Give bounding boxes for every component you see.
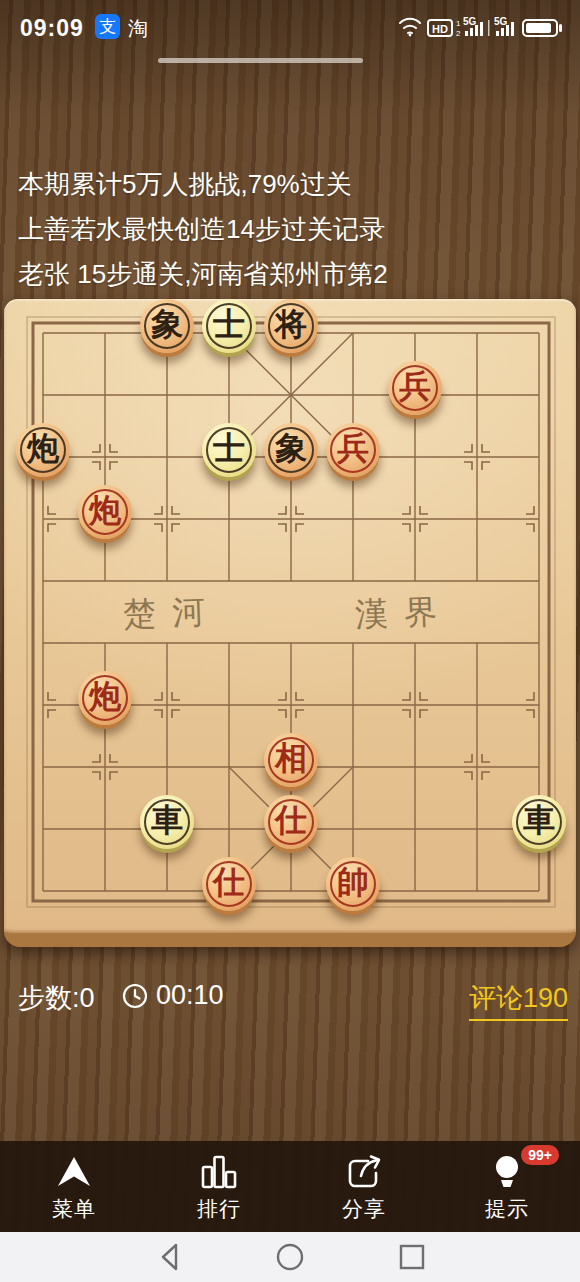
piece-character: 象 <box>151 303 183 347</box>
nav-item-hint[interactable]: 提示 99+ <box>447 1141 567 1232</box>
piece-character: 車 <box>523 799 555 843</box>
recents-button[interactable] <box>396 1241 428 1273</box>
home-button[interactable] <box>274 1241 306 1273</box>
nav-label-menu: 菜单 <box>14 1195 134 1223</box>
piece-black-将[interactable]: 将 <box>264 299 318 353</box>
nav-item-share[interactable]: 分享 <box>304 1141 424 1232</box>
sim1-signal-icon: 5G <box>463 16 483 36</box>
battery-icon <box>523 20 562 36</box>
hint-badge: 99+ <box>521 1145 559 1165</box>
timer-value: 00:10 <box>156 980 224 1011</box>
menu-icon <box>54 1153 94 1193</box>
alipay-icon: 支 <box>95 14 120 39</box>
piece-red-炮[interactable]: 炮 <box>78 485 132 539</box>
piece-character: 相 <box>275 737 307 781</box>
clock-time: 09:09 <box>20 15 84 42</box>
announcement-line-1: 本期累计5万人挑战,79%过关 <box>18 162 566 207</box>
piece-character: 炮 <box>89 675 121 719</box>
piece-character: 車 <box>151 799 183 843</box>
piece-black-車[interactable]: 車 <box>512 795 566 849</box>
hd-icon: HD 1 2 <box>428 19 461 38</box>
svg-text:5G: 5G <box>494 16 508 27</box>
piece-black-象[interactable]: 象 <box>140 299 194 353</box>
android-nav-bar <box>0 1232 580 1282</box>
sim2-signal-icon: 5G <box>494 16 514 36</box>
move-counter: 步数:0 <box>18 980 95 1016</box>
wifi-icon <box>400 19 420 37</box>
hd-sub2: 2 <box>456 29 461 38</box>
piece-black-士[interactable]: 士 <box>202 299 256 353</box>
taobao-icon: 淘 <box>128 15 148 42</box>
announcement-text: 本期累计5万人挑战,79%过关 上善若水最快创造14步过关记录 老张 15步通关… <box>18 162 566 297</box>
piece-red-帥[interactable]: 帥 <box>326 857 380 911</box>
piece-black-象[interactable]: 象 <box>264 423 318 477</box>
piece-character: 将 <box>275 303 307 347</box>
nav-label-share: 分享 <box>304 1195 424 1223</box>
piece-red-兵[interactable]: 兵 <box>388 361 442 415</box>
piece-character: 兵 <box>399 365 431 409</box>
nav-label-rank: 排行 <box>159 1195 279 1223</box>
piece-character: 仕 <box>213 861 245 905</box>
piece-red-仕[interactable]: 仕 <box>202 857 256 911</box>
status-icons: HD 1 2 5G 5G <box>397 12 572 42</box>
share-icon <box>344 1153 384 1193</box>
river-right-label: 漢界 <box>354 593 453 632</box>
piece-character: 象 <box>275 427 307 471</box>
nav-label-hint: 提示 <box>447 1195 567 1223</box>
piece-red-相[interactable]: 相 <box>264 733 318 787</box>
back-button[interactable] <box>155 1241 187 1273</box>
rank-chart-icon <box>199 1153 239 1193</box>
xiangqi-board[interactable]: 楚河漢界象士将兵炮士象兵炮炮相車仕車仕帥 <box>4 299 576 947</box>
river-left-label: 楚河 <box>122 593 221 632</box>
announcement-line-3: 老张 15步通关,河南省郑州市第2 <box>18 252 566 297</box>
svg-text:5G: 5G <box>463 16 477 27</box>
comments-link[interactable]: 评论190 <box>469 980 568 1021</box>
piece-red-兵[interactable]: 兵 <box>326 423 380 477</box>
svg-text:HD: HD <box>432 23 448 35</box>
piece-red-炮[interactable]: 炮 <box>78 671 132 725</box>
game-info-bar: 步数:0 00:10 评论190 <box>0 976 580 1020</box>
bottom-nav-bar: 菜单 排行 分享 提示 99+ <box>0 1141 580 1232</box>
piece-black-炮[interactable]: 炮 <box>16 423 70 477</box>
piece-character: 炮 <box>89 489 121 533</box>
piece-black-車[interactable]: 車 <box>140 795 194 849</box>
piece-red-仕[interactable]: 仕 <box>264 795 318 849</box>
piece-character: 士 <box>213 427 245 471</box>
nav-item-menu[interactable]: 菜单 <box>14 1141 134 1232</box>
piece-character: 兵 <box>337 427 369 471</box>
piece-character: 帥 <box>337 861 369 905</box>
piece-black-士[interactable]: 士 <box>202 423 256 477</box>
timer-icon <box>122 983 148 1009</box>
piece-character: 仕 <box>275 799 307 843</box>
hd-sub1: 1 <box>456 19 461 28</box>
announcement-line-2: 上善若水最快创造14步过关记录 <box>18 207 566 252</box>
piece-character: 士 <box>213 303 245 347</box>
nav-item-rank[interactable]: 排行 <box>159 1141 279 1232</box>
status-bar: 09:09 支 淘 HD 1 2 5G 5G <box>0 0 580 52</box>
divider <box>488 20 490 36</box>
piece-character: 炮 <box>27 427 59 471</box>
notch-handle-bar <box>158 58 363 63</box>
